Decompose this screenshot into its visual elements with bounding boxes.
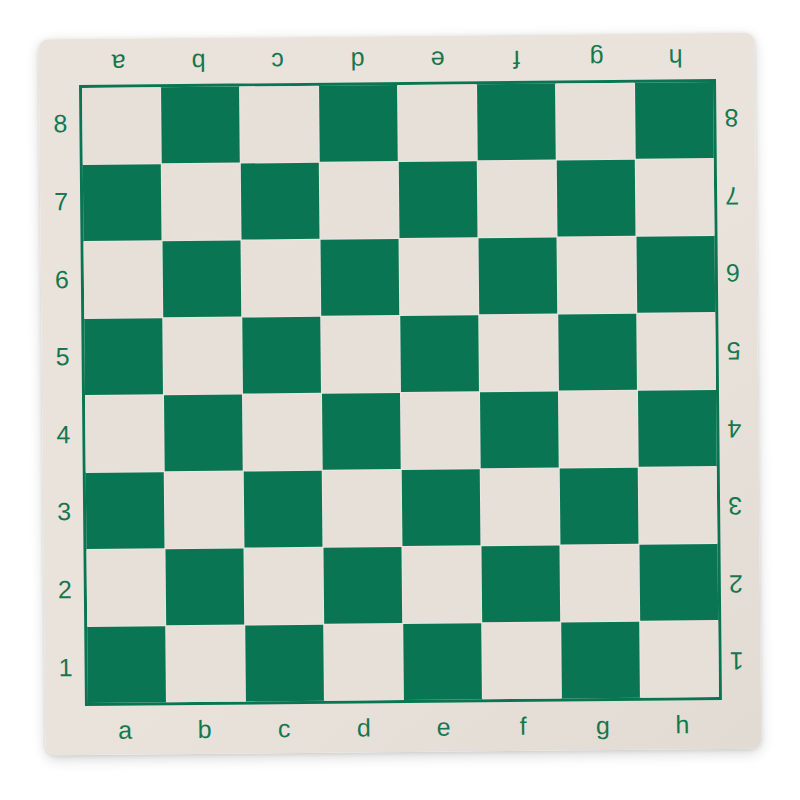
square-c3[interactable] [244,471,323,548]
square-g1[interactable] [561,622,640,699]
rank-label-left-4: 4 [46,396,81,474]
square-a5[interactable] [84,318,163,395]
square-d2[interactable] [323,547,402,624]
square-e1[interactable] [403,623,482,700]
rank-label-right-3: 3 [718,467,753,545]
square-a8[interactable] [82,87,161,164]
square-f7[interactable] [478,160,557,237]
square-e6[interactable] [400,238,479,315]
square-b3[interactable] [165,472,244,549]
square-a4[interactable] [85,395,164,472]
rank-label-right-2: 2 [718,544,753,622]
square-h6[interactable] [637,236,716,313]
chess-mat: abcdefgh 87654321 87654321 abcdefgh [39,33,762,756]
file-label-bottom-f: f [483,706,563,745]
square-a3[interactable] [86,472,165,549]
square-d8[interactable] [319,85,398,162]
square-b2[interactable] [165,549,244,626]
file-label-bottom-b: b [165,710,245,749]
square-b4[interactable] [164,395,243,472]
square-d3[interactable] [323,470,402,547]
square-g5[interactable] [558,314,637,391]
square-h8[interactable] [635,82,714,159]
square-f6[interactable] [479,237,558,314]
square-c2[interactable] [244,548,323,625]
square-b5[interactable] [163,318,242,395]
square-f1[interactable] [482,622,561,699]
square-c6[interactable] [242,240,321,317]
file-label-top-c: c [238,45,318,80]
square-g3[interactable] [560,468,639,545]
file-label-top-f: f [477,42,557,77]
square-g8[interactable] [556,83,635,160]
square-e7[interactable] [399,161,478,238]
rank-label-left-7: 7 [44,163,79,241]
square-h4[interactable] [638,390,717,467]
square-d1[interactable] [324,624,403,701]
square-f5[interactable] [479,314,558,391]
square-b7[interactable] [162,164,241,241]
square-e8[interactable] [398,84,477,161]
file-label-top-b: b [158,46,238,81]
rank-label-right-4: 4 [717,389,752,467]
square-e4[interactable] [401,392,480,469]
rank-label-right-6: 6 [715,234,750,312]
rank-labels-left: 87654321 [43,85,83,706]
file-labels-bottom: abcdefgh [85,705,722,749]
chess-board [79,79,722,706]
square-h2[interactable] [639,544,718,621]
square-a2[interactable] [86,549,165,626]
photo-background: abcdefgh 87654321 87654321 abcdefgh [0,0,800,800]
square-c7[interactable] [241,163,320,240]
rank-label-left-1: 1 [48,628,83,706]
square-h3[interactable] [639,467,718,544]
square-a1[interactable] [87,626,166,703]
square-d4[interactable] [322,393,401,470]
square-f2[interactable] [481,545,560,622]
square-h5[interactable] [637,313,716,390]
square-g7[interactable] [557,160,636,237]
file-label-top-g: g [556,42,636,77]
file-label-bottom-e: e [404,707,484,746]
rank-label-left-5: 5 [45,318,80,396]
square-g2[interactable] [560,545,639,622]
file-label-bottom-c: c [244,709,324,748]
file-label-bottom-h: h [642,705,722,744]
rank-label-right-8: 8 [714,79,749,157]
rank-label-right-5: 5 [716,312,751,390]
rank-label-right-1: 1 [719,622,754,700]
square-d7[interactable] [320,162,399,239]
rank-label-left-6: 6 [45,240,80,318]
square-e2[interactable] [402,546,481,623]
square-b6[interactable] [163,241,242,318]
rank-labels-right: 87654321 [714,79,754,700]
square-b8[interactable] [161,87,240,164]
file-label-bottom-g: g [563,706,643,745]
square-e5[interactable] [400,315,479,392]
square-a7[interactable] [83,164,162,241]
square-d6[interactable] [321,239,400,316]
rank-label-left-3: 3 [47,473,82,551]
square-g6[interactable] [558,237,637,314]
square-c5[interactable] [242,317,321,394]
square-f4[interactable] [480,391,559,468]
square-c4[interactable] [243,394,322,471]
square-h1[interactable] [640,621,719,698]
square-h7[interactable] [636,159,715,236]
file-label-top-d: d [318,44,398,79]
file-label-bottom-a: a [85,710,165,749]
square-c8[interactable] [240,86,319,163]
square-c1[interactable] [245,625,324,702]
rank-label-left-8: 8 [43,85,78,163]
square-e3[interactable] [402,469,481,546]
rank-label-left-2: 2 [47,551,82,629]
file-label-top-a: a [79,46,159,81]
rank-label-right-7: 7 [715,156,750,234]
file-labels-top: abcdefgh [79,41,716,81]
square-a6[interactable] [84,241,163,318]
square-f3[interactable] [481,468,560,545]
file-label-bottom-d: d [324,708,404,747]
square-g4[interactable] [559,391,638,468]
square-f8[interactable] [477,83,556,160]
file-label-top-h: h [636,41,716,76]
square-d5[interactable] [321,316,400,393]
file-label-top-e: e [397,43,477,78]
square-b1[interactable] [166,626,245,703]
